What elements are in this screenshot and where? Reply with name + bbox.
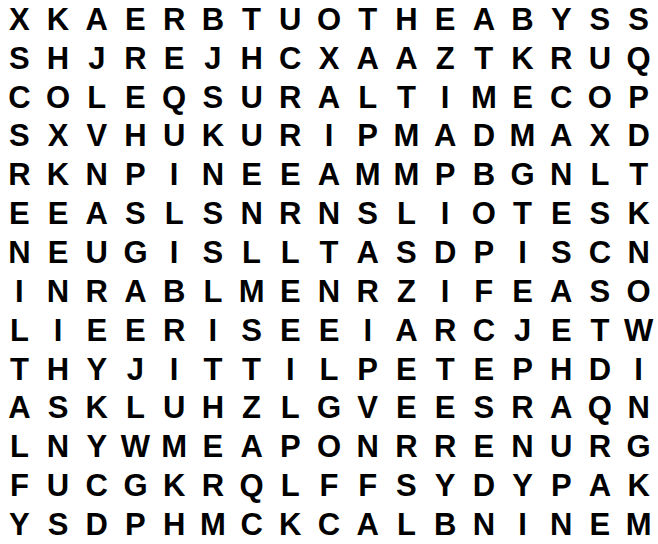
grid-cell[interactable]: J (116, 350, 155, 389)
grid-cell[interactable]: M (387, 117, 426, 156)
grid-cell[interactable]: R (155, 0, 194, 39)
grid-cell[interactable]: T (310, 233, 349, 272)
grid-cell[interactable]: S (232, 311, 271, 350)
grid-cell[interactable]: S (39, 389, 78, 428)
grid-cell[interactable]: E (155, 39, 194, 78)
grid-cell[interactable]: W (619, 311, 658, 350)
grid-cell[interactable]: R (271, 117, 310, 156)
grid-cell[interactable]: J (77, 39, 116, 78)
grid-cell[interactable]: N (503, 427, 542, 466)
grid-cell[interactable]: T (503, 194, 542, 233)
grid-cell[interactable]: Y (542, 0, 581, 39)
grid-cell[interactable]: K (619, 466, 658, 505)
grid-cell[interactable]: C (581, 233, 620, 272)
grid-cell[interactable]: R (503, 389, 542, 428)
grid-cell[interactable]: A (0, 389, 39, 428)
grid-cell[interactable]: N (310, 272, 349, 311)
grid-cell[interactable]: R (194, 466, 233, 505)
grid-cell[interactable]: L (348, 78, 387, 117)
grid-cell[interactable]: S (387, 466, 426, 505)
grid-cell[interactable]: I (155, 233, 194, 272)
grid-cell[interactable]: A (542, 117, 581, 156)
grid-cell[interactable]: D (426, 233, 465, 272)
grid-cell[interactable]: N (77, 155, 116, 194)
grid-cell[interactable]: P (116, 155, 155, 194)
grid-cell[interactable]: E (542, 311, 581, 350)
grid-cell[interactable]: R (0, 155, 39, 194)
grid-cell[interactable]: F (0, 466, 39, 505)
grid-cell[interactable]: D (581, 350, 620, 389)
grid-cell[interactable]: A (581, 466, 620, 505)
grid-cell[interactable]: H (232, 39, 271, 78)
grid-cell[interactable]: F (310, 466, 349, 505)
grid-cell[interactable]: E (39, 233, 78, 272)
grid-cell[interactable]: O (619, 272, 658, 311)
grid-cell[interactable]: M (619, 505, 658, 544)
grid-cell[interactable]: E (426, 0, 465, 39)
grid-cell[interactable]: C (310, 505, 349, 544)
grid-cell[interactable]: S (464, 389, 503, 428)
grid-cell[interactable]: Z (426, 39, 465, 78)
grid-cell[interactable]: N (0, 233, 39, 272)
grid-cell[interactable]: X (581, 117, 620, 156)
grid-cell[interactable]: U (232, 78, 271, 117)
grid-cell[interactable]: S (0, 39, 39, 78)
grid-cell[interactable]: A (116, 272, 155, 311)
grid-cell[interactable]: X (39, 117, 78, 156)
grid-cell[interactable]: E (426, 389, 465, 428)
grid-cell[interactable]: S (581, 272, 620, 311)
grid-cell[interactable]: C (542, 78, 581, 117)
grid-cell[interactable]: P (619, 78, 658, 117)
grid-cell[interactable]: R (155, 311, 194, 350)
grid-cell[interactable]: E (503, 78, 542, 117)
grid-cell[interactable]: S (194, 233, 233, 272)
grid-cell[interactable]: E (39, 194, 78, 233)
grid-cell[interactable]: E (271, 272, 310, 311)
grid-cell[interactable]: P (426, 155, 465, 194)
grid-cell[interactable]: U (155, 389, 194, 428)
grid-cell[interactable]: K (271, 505, 310, 544)
grid-cell[interactable]: Y (0, 505, 39, 544)
grid-cell[interactable]: V (77, 117, 116, 156)
grid-cell[interactable]: H (542, 350, 581, 389)
grid-cell[interactable]: T (581, 311, 620, 350)
grid-cell[interactable]: T (387, 78, 426, 117)
grid-cell[interactable]: R (542, 39, 581, 78)
grid-cell[interactable]: I (503, 233, 542, 272)
grid-cell[interactable]: E (116, 0, 155, 39)
grid-cell[interactable]: R (426, 427, 465, 466)
grid-cell[interactable]: H (39, 39, 78, 78)
grid-cell[interactable]: L (387, 194, 426, 233)
grid-cell[interactable]: T (232, 0, 271, 39)
grid-cell[interactable]: G (116, 233, 155, 272)
grid-cell[interactable]: A (232, 427, 271, 466)
grid-cell[interactable]: N (542, 155, 581, 194)
grid-cell[interactable]: Y (503, 466, 542, 505)
grid-cell[interactable]: M (348, 155, 387, 194)
grid-cell[interactable]: D (464, 466, 503, 505)
grid-cell[interactable]: E (116, 78, 155, 117)
grid-cell[interactable]: U (39, 466, 78, 505)
grid-cell[interactable]: A (542, 272, 581, 311)
grid-cell[interactable]: U (232, 117, 271, 156)
grid-cell[interactable]: Q (155, 78, 194, 117)
grid-cell[interactable]: L (581, 155, 620, 194)
grid-cell[interactable]: R (426, 311, 465, 350)
grid-cell[interactable]: E (503, 272, 542, 311)
grid-cell[interactable]: L (155, 194, 194, 233)
grid-cell[interactable]: K (503, 39, 542, 78)
grid-cell[interactable]: B (194, 0, 233, 39)
grid-cell[interactable]: L (271, 389, 310, 428)
grid-cell[interactable]: A (77, 0, 116, 39)
grid-cell[interactable]: X (310, 39, 349, 78)
grid-cell[interactable]: D (619, 117, 658, 156)
grid-cell[interactable]: S (619, 0, 658, 39)
grid-cell[interactable]: K (619, 194, 658, 233)
grid-cell[interactable]: T (194, 350, 233, 389)
grid-cell[interactable]: M (503, 117, 542, 156)
grid-cell[interactable]: I (426, 194, 465, 233)
grid-cell[interactable]: E (271, 155, 310, 194)
grid-cell[interactable]: Y (77, 350, 116, 389)
grid-cell[interactable]: A (464, 0, 503, 39)
grid-cell[interactable]: I (426, 78, 465, 117)
grid-cell[interactable]: U (77, 233, 116, 272)
grid-cell[interactable]: S (194, 194, 233, 233)
grid-cell[interactable]: F (348, 466, 387, 505)
grid-cell[interactable]: U (155, 117, 194, 156)
grid-cell[interactable]: E (194, 427, 233, 466)
grid-cell[interactable]: L (116, 389, 155, 428)
grid-cell[interactable]: I (619, 350, 658, 389)
grid-cell[interactable]: A (348, 233, 387, 272)
grid-cell[interactable]: Q (232, 466, 271, 505)
grid-cell[interactable]: Z (232, 389, 271, 428)
grid-cell[interactable]: I (310, 117, 349, 156)
grid-cell[interactable]: Q (619, 39, 658, 78)
grid-cell[interactable]: A (387, 39, 426, 78)
grid-cell[interactable]: E (581, 505, 620, 544)
grid-cell[interactable]: I (0, 272, 39, 311)
grid-cell[interactable]: P (464, 233, 503, 272)
grid-cell[interactable]: O (39, 78, 78, 117)
grid-cell[interactable]: G (619, 427, 658, 466)
grid-cell[interactable]: K (39, 0, 78, 39)
grid-cell[interactable]: K (194, 117, 233, 156)
grid-cell[interactable]: J (503, 311, 542, 350)
grid-cell[interactable]: P (542, 466, 581, 505)
grid-cell[interactable]: K (155, 466, 194, 505)
grid-cell[interactable]: T (348, 0, 387, 39)
grid-cell[interactable]: B (426, 505, 465, 544)
grid-cell[interactable]: A (77, 194, 116, 233)
grid-cell[interactable]: L (271, 233, 310, 272)
grid-cell[interactable]: Q (581, 389, 620, 428)
grid-cell[interactable]: T (619, 155, 658, 194)
grid-cell[interactable]: I (426, 272, 465, 311)
grid-cell[interactable]: S (542, 233, 581, 272)
grid-cell[interactable]: N (310, 194, 349, 233)
grid-cell[interactable]: L (77, 78, 116, 117)
grid-cell[interactable]: E (542, 194, 581, 233)
grid-cell[interactable]: D (464, 117, 503, 156)
grid-cell[interactable]: N (232, 194, 271, 233)
grid-cell[interactable]: S (348, 194, 387, 233)
grid-cell[interactable]: C (271, 39, 310, 78)
grid-cell[interactable]: P (503, 350, 542, 389)
grid-cell[interactable]: M (387, 155, 426, 194)
grid-cell[interactable]: U (542, 427, 581, 466)
grid-cell[interactable]: L (0, 427, 39, 466)
grid-cell[interactable]: I (348, 311, 387, 350)
grid-cell[interactable]: X (0, 0, 39, 39)
grid-cell[interactable]: G (503, 155, 542, 194)
grid-cell[interactable]: O (310, 0, 349, 39)
grid-cell[interactable]: R (77, 272, 116, 311)
grid-cell[interactable]: H (39, 350, 78, 389)
grid-cell[interactable]: M (155, 427, 194, 466)
grid-cell[interactable]: T (0, 350, 39, 389)
grid-cell[interactable]: E (464, 427, 503, 466)
grid-cell[interactable]: A (348, 39, 387, 78)
grid-cell[interactable]: A (310, 155, 349, 194)
grid-cell[interactable]: O (310, 427, 349, 466)
grid-cell[interactable]: A (310, 78, 349, 117)
grid-cell[interactable]: N (619, 389, 658, 428)
grid-cell[interactable]: M (194, 505, 233, 544)
grid-cell[interactable]: L (232, 233, 271, 272)
grid-cell[interactable]: S (0, 117, 39, 156)
word-search-grid: XKAERBTUOTHEABYSSSHJREJHCXAAZTKRUQCOLEQS… (0, 0, 658, 544)
grid-cell[interactable]: A (426, 117, 465, 156)
grid-cell[interactable]: B (503, 0, 542, 39)
grid-cell[interactable]: O (581, 78, 620, 117)
grid-cell[interactable]: I (194, 311, 233, 350)
grid-cell[interactable]: L (0, 311, 39, 350)
grid-cell[interactable]: E (310, 311, 349, 350)
grid-cell[interactable]: S (581, 194, 620, 233)
grid-cell[interactable]: R (271, 194, 310, 233)
grid-cell[interactable]: D (77, 505, 116, 544)
grid-cell[interactable]: C (464, 311, 503, 350)
grid-cell[interactable]: E (77, 311, 116, 350)
grid-cell[interactable]: A (387, 311, 426, 350)
grid-cell[interactable]: M (232, 272, 271, 311)
grid-cell[interactable]: R (116, 39, 155, 78)
grid-cell[interactable]: Z (387, 272, 426, 311)
grid-cell[interactable]: T (464, 39, 503, 78)
grid-cell[interactable]: L (194, 272, 233, 311)
grid-cell[interactable]: L (387, 505, 426, 544)
grid-cell[interactable]: G (310, 389, 349, 428)
grid-cell[interactable]: N (39, 272, 78, 311)
grid-cell[interactable]: K (39, 155, 78, 194)
grid-cell[interactable]: N (194, 155, 233, 194)
grid-cell[interactable]: N (619, 233, 658, 272)
grid-cell[interactable]: I (271, 350, 310, 389)
grid-cell[interactable]: E (271, 311, 310, 350)
grid-cell[interactable]: E (387, 350, 426, 389)
grid-cell[interactable]: G (116, 466, 155, 505)
grid-cell[interactable]: A (348, 505, 387, 544)
grid-cell[interactable]: N (39, 427, 78, 466)
grid-cell[interactable]: N (464, 505, 503, 544)
grid-cell[interactable]: Y (77, 427, 116, 466)
grid-cell[interactable]: H (194, 389, 233, 428)
grid-cell[interactable]: P (271, 427, 310, 466)
grid-cell[interactable]: C (77, 466, 116, 505)
grid-cell[interactable]: H (387, 0, 426, 39)
grid-cell[interactable]: R (387, 427, 426, 466)
grid-cell[interactable]: P (348, 350, 387, 389)
grid-cell[interactable]: I (503, 505, 542, 544)
grid-cell[interactable]: E (0, 194, 39, 233)
grid-cell[interactable]: B (155, 272, 194, 311)
grid-cell[interactable]: S (39, 505, 78, 544)
grid-cell[interactable]: C (0, 78, 39, 117)
grid-cell[interactable]: T (232, 350, 271, 389)
grid-cell[interactable]: M (464, 78, 503, 117)
grid-cell[interactable]: E (116, 311, 155, 350)
grid-cell[interactable]: W (116, 427, 155, 466)
grid-cell[interactable]: P (348, 117, 387, 156)
grid-cell[interactable]: N (348, 427, 387, 466)
grid-cell[interactable]: S (387, 233, 426, 272)
grid-cell[interactable]: R (581, 427, 620, 466)
grid-cell[interactable]: U (271, 0, 310, 39)
grid-cell[interactable]: N (542, 505, 581, 544)
grid-cell[interactable]: S (581, 0, 620, 39)
grid-cell[interactable]: R (348, 272, 387, 311)
grid-cell[interactable]: V (348, 389, 387, 428)
grid-cell[interactable]: E (464, 350, 503, 389)
grid-cell[interactable]: E (387, 389, 426, 428)
grid-cell[interactable]: T (426, 350, 465, 389)
grid-cell[interactable]: U (581, 39, 620, 78)
grid-cell[interactable]: I (155, 350, 194, 389)
grid-cell[interactable]: S (194, 78, 233, 117)
grid-cell[interactable]: R (271, 78, 310, 117)
grid-cell[interactable]: H (155, 505, 194, 544)
grid-cell[interactable]: L (271, 466, 310, 505)
grid-cell[interactable]: K (77, 389, 116, 428)
grid-cell[interactable]: P (116, 505, 155, 544)
grid-cell[interactable]: B (464, 155, 503, 194)
grid-cell[interactable]: S (116, 194, 155, 233)
grid-cell[interactable]: Y (426, 466, 465, 505)
grid-cell[interactable]: J (194, 39, 233, 78)
grid-cell[interactable]: E (232, 155, 271, 194)
grid-cell[interactable]: A (542, 389, 581, 428)
grid-cell[interactable]: I (155, 155, 194, 194)
grid-cell[interactable]: H (116, 117, 155, 156)
grid-cell[interactable]: I (39, 311, 78, 350)
grid-cell[interactable]: F (464, 272, 503, 311)
grid-cell[interactable]: L (310, 350, 349, 389)
grid-cell[interactable]: O (464, 194, 503, 233)
grid-cell[interactable]: C (232, 505, 271, 544)
